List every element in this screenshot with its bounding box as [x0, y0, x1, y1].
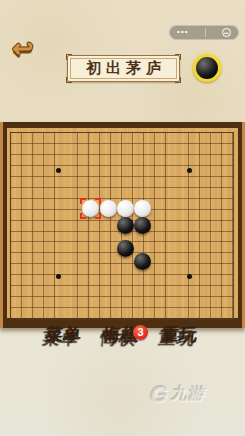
level-plaque: 初出茅庐	[67, 55, 180, 82]
jiuyou-watermark: G 九游	[150, 382, 205, 406]
white-stone	[100, 200, 117, 217]
star-point	[187, 168, 192, 173]
jiuyou-logo-icon: G	[148, 382, 169, 406]
more-options-icon[interactable]: •••	[177, 24, 188, 39]
board-surface[interactable]	[7, 128, 238, 318]
plaque-corner	[66, 77, 72, 83]
plaque-corner	[175, 54, 181, 60]
star-point	[187, 274, 192, 279]
minimize-icon[interactable]: −	[222, 28, 231, 37]
undo-count-badge: 3	[133, 325, 148, 340]
plaque-corner	[175, 77, 181, 83]
menu-button[interactable]: 菜单	[37, 324, 91, 346]
capsule-divider	[205, 28, 206, 37]
level-title: 初出茅庐	[81, 59, 166, 78]
turn-indicator-black-stone	[193, 54, 221, 82]
game-screen: ••• − ↩ 初出茅庐 菜单 悔棋 3 重玩 G 九游	[0, 0, 245, 436]
white-stone	[117, 200, 134, 217]
back-button[interactable]: ↩	[8, 34, 38, 62]
white-stone	[134, 200, 151, 217]
plaque-corner	[66, 54, 72, 60]
jiuyou-logo-text: 九游	[171, 384, 205, 405]
black-stone	[117, 240, 134, 257]
last-move-marker	[80, 198, 101, 219]
star-point	[56, 274, 61, 279]
gomoku-board	[0, 122, 245, 328]
star-point	[56, 168, 61, 173]
replay-button[interactable]: 重玩	[153, 324, 207, 346]
mini-program-capsule: ••• −	[169, 25, 239, 40]
back-arrow-icon: ↩	[13, 34, 34, 62]
